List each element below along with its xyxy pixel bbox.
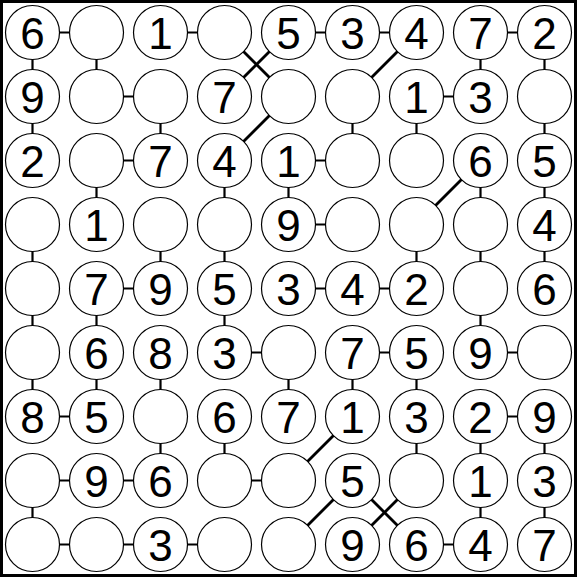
cell-digit: 1 [340, 393, 364, 442]
cell-digit: 5 [404, 329, 428, 378]
cell-circle[interactable] [6, 518, 60, 572]
cell-circle[interactable] [134, 198, 188, 252]
cell-r1c4[interactable] [198, 6, 252, 60]
cell-r8c3: 6 [134, 454, 188, 508]
cell-r1c7: 4 [390, 6, 444, 60]
cell-digit: 9 [20, 73, 44, 122]
cell-r6c2: 6 [70, 326, 124, 380]
cell-circle[interactable] [198, 198, 252, 252]
cell-r5c9: 6 [518, 262, 572, 316]
cell-digit: 1 [404, 73, 428, 122]
cell-r7c5: 7 [262, 390, 316, 444]
cell-digit: 6 [20, 9, 44, 58]
cell-digit: 1 [84, 201, 108, 250]
cell-r4c3[interactable] [134, 198, 188, 252]
cell-digit: 4 [532, 201, 556, 250]
cell-r8c8: 1 [454, 454, 508, 508]
cell-circle[interactable] [262, 70, 316, 124]
cell-circle[interactable] [70, 518, 124, 572]
cell-digit: 2 [20, 137, 44, 186]
cell-r9c8: 4 [454, 518, 508, 572]
cell-r4c5: 9 [262, 198, 316, 252]
cell-digit: 7 [340, 329, 364, 378]
cell-r9c3: 3 [134, 518, 188, 572]
cell-digit: 8 [148, 329, 172, 378]
cell-r7c8: 2 [454, 390, 508, 444]
cell-circle[interactable] [70, 70, 124, 124]
cell-r3c1: 2 [6, 134, 60, 188]
cell-digit: 3 [340, 9, 364, 58]
cell-circle[interactable] [6, 326, 60, 380]
cell-digit: 6 [532, 265, 556, 314]
cell-r6c3: 8 [134, 326, 188, 380]
cell-digit: 7 [468, 9, 492, 58]
cell-circle[interactable] [454, 198, 508, 252]
cell-circle[interactable] [390, 454, 444, 508]
cell-r6c4: 3 [198, 326, 252, 380]
cell-digit: 3 [532, 457, 556, 506]
cell-digit: 5 [84, 393, 108, 442]
cell-r4c1[interactable] [6, 198, 60, 252]
cell-digit: 5 [340, 457, 364, 506]
cell-digit: 2 [532, 9, 556, 58]
cell-digit: 4 [340, 265, 364, 314]
cell-r9c9: 7 [518, 518, 572, 572]
cell-r5c5: 3 [262, 262, 316, 316]
cell-circle[interactable] [198, 6, 252, 60]
cell-r4c2: 1 [70, 198, 124, 252]
cell-digit: 1 [148, 9, 172, 58]
cell-digit: 7 [276, 393, 300, 442]
cell-circle[interactable] [326, 134, 380, 188]
cell-r1c5: 5 [262, 6, 316, 60]
cell-circle[interactable] [518, 326, 572, 380]
cell-r2c4: 7 [198, 70, 252, 124]
cell-r3c8: 6 [454, 134, 508, 188]
cell-r8c6: 5 [326, 454, 380, 508]
cell-r8c2: 9 [70, 454, 124, 508]
cell-r8c7[interactable] [390, 454, 444, 508]
cell-r1c1: 6 [6, 6, 60, 60]
cell-digit: 3 [404, 393, 428, 442]
cell-digit: 6 [468, 137, 492, 186]
cell-r6c5[interactable] [262, 326, 316, 380]
cell-digit: 1 [468, 457, 492, 506]
cell-r3c4: 4 [198, 134, 252, 188]
cell-digit: 4 [212, 137, 236, 186]
cell-r4c4[interactable] [198, 198, 252, 252]
cell-digit: 3 [276, 265, 300, 314]
cell-r8c1[interactable] [6, 454, 60, 508]
cell-digit: 9 [276, 201, 300, 250]
cell-digit: 7 [212, 73, 236, 122]
cell-r9c5[interactable] [262, 518, 316, 572]
cell-digit: 1 [276, 137, 300, 186]
cell-digit: 9 [84, 457, 108, 506]
cell-r1c6: 3 [326, 6, 380, 60]
cell-r7c9: 9 [518, 390, 572, 444]
cell-r2c6[interactable] [326, 70, 380, 124]
cell-circle[interactable] [198, 454, 252, 508]
cell-digit: 7 [532, 521, 556, 570]
cell-r2c1: 9 [6, 70, 60, 124]
cell-digit: 2 [404, 265, 428, 314]
cell-r9c4[interactable] [198, 518, 252, 572]
cell-r5c2: 7 [70, 262, 124, 316]
cell-r4c8[interactable] [454, 198, 508, 252]
cell-digit: 3 [212, 329, 236, 378]
cell-r5c8[interactable] [454, 262, 508, 316]
cell-r8c5[interactable] [262, 454, 316, 508]
cell-r7c4: 6 [198, 390, 252, 444]
cell-r1c2[interactable] [70, 6, 124, 60]
cell-circle[interactable] [262, 326, 316, 380]
cell-circle[interactable] [198, 518, 252, 572]
cell-circle[interactable] [390, 134, 444, 188]
board-svg: 6153472971327416519479534266837598567132… [0, 0, 577, 577]
cell-r6c6: 7 [326, 326, 380, 380]
cell-digit: 3 [468, 73, 492, 122]
chain-sudoku-board: 6153472971327416519479534266837598567132… [0, 0, 577, 577]
cell-digit: 6 [148, 457, 172, 506]
cell-circle[interactable] [70, 6, 124, 60]
cell-circle[interactable] [326, 198, 380, 252]
cell-digit: 3 [148, 521, 172, 570]
cell-r1c3: 1 [134, 6, 188, 60]
cell-circle[interactable] [6, 198, 60, 252]
cell-digit: 7 [84, 265, 108, 314]
cell-r3c3: 7 [134, 134, 188, 188]
cell-r4c6[interactable] [326, 198, 380, 252]
cell-digit: 6 [212, 393, 236, 442]
cell-digit: 6 [84, 329, 108, 378]
cell-digit: 5 [212, 265, 236, 314]
cell-r3c9: 5 [518, 134, 572, 188]
cell-r7c7: 3 [390, 390, 444, 444]
cell-circle[interactable] [134, 70, 188, 124]
cell-r4c9: 4 [518, 198, 572, 252]
cell-circle[interactable] [6, 454, 60, 508]
cell-r2c2[interactable] [70, 70, 124, 124]
cell-r6c8: 9 [454, 326, 508, 380]
cell-circle[interactable] [390, 198, 444, 252]
cell-digit: 9 [532, 393, 556, 442]
cell-digit: 9 [340, 521, 364, 570]
cell-r2c5[interactable] [262, 70, 316, 124]
cell-r5c3: 9 [134, 262, 188, 316]
cell-circle[interactable] [134, 390, 188, 444]
cell-digit: 9 [148, 265, 172, 314]
cell-r5c4: 5 [198, 262, 252, 316]
cell-digit: 5 [276, 9, 300, 58]
cell-r7c3[interactable] [134, 390, 188, 444]
cell-r5c6: 4 [326, 262, 380, 316]
cell-digit: 4 [468, 521, 492, 570]
cell-digit: 6 [404, 521, 428, 570]
cell-r5c1[interactable] [6, 262, 60, 316]
cell-r6c7: 5 [390, 326, 444, 380]
cell-r3c5: 1 [262, 134, 316, 188]
cell-r3c6[interactable] [326, 134, 380, 188]
cell-r4c7[interactable] [390, 198, 444, 252]
cell-r8c4[interactable] [198, 454, 252, 508]
cell-r7c6: 1 [326, 390, 380, 444]
cell-r3c2[interactable] [70, 134, 124, 188]
cell-r3c7[interactable] [390, 134, 444, 188]
cell-r7c1: 8 [6, 390, 60, 444]
cell-digit: 4 [404, 9, 428, 58]
cell-circle[interactable] [454, 262, 508, 316]
cell-digit: 9 [468, 329, 492, 378]
cell-r2c7: 1 [390, 70, 444, 124]
cell-r2c9[interactable] [518, 70, 572, 124]
cell-circle[interactable] [262, 518, 316, 572]
cell-r9c6: 9 [326, 518, 380, 572]
cell-r7c2: 5 [70, 390, 124, 444]
cell-r6c9[interactable] [518, 326, 572, 380]
cell-r9c2[interactable] [70, 518, 124, 572]
cell-r1c9: 2 [518, 6, 572, 60]
cell-digit: 5 [532, 137, 556, 186]
cell-r1c8: 7 [454, 6, 508, 60]
cell-circle[interactable] [70, 134, 124, 188]
cell-r6c1[interactable] [6, 326, 60, 380]
cell-digit: 2 [468, 393, 492, 442]
cell-digit: 7 [148, 137, 172, 186]
cell-r9c7: 6 [390, 518, 444, 572]
cell-r8c9: 3 [518, 454, 572, 508]
cell-circle[interactable] [6, 262, 60, 316]
cell-r2c3[interactable] [134, 70, 188, 124]
cell-r5c7: 2 [390, 262, 444, 316]
cell-circle[interactable] [326, 70, 380, 124]
cell-circle[interactable] [518, 70, 572, 124]
cell-digit: 8 [20, 393, 44, 442]
page: 6153472971327416519479534266837598567132… [0, 0, 577, 577]
cell-circle[interactable] [262, 454, 316, 508]
cell-r2c8: 3 [454, 70, 508, 124]
cell-r9c1[interactable] [6, 518, 60, 572]
